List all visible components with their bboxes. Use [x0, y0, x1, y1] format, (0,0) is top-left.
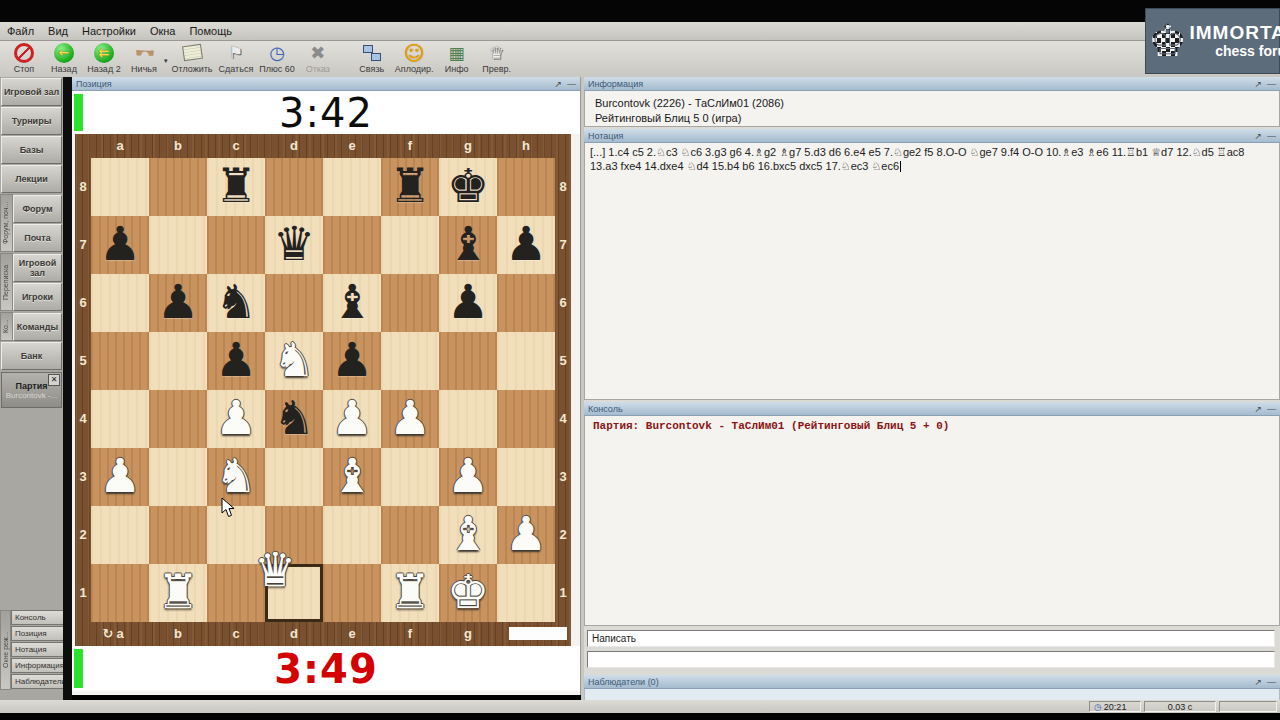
- white-rook-f1[interactable]: ♜: [381, 564, 439, 620]
- square-a3[interactable]: ♟: [91, 448, 149, 506]
- white-pawn-f4[interactable]: ♟: [381, 390, 439, 446]
- clock-icon: ◷: [269, 42, 285, 63]
- square-d8[interactable]: [265, 158, 323, 216]
- black-pawn-g6[interactable]: ♟: [439, 274, 497, 330]
- rank-label-1: 1: [555, 564, 571, 622]
- sidebar-item-lectures[interactable]: Лекции: [1, 165, 62, 193]
- square-d6[interactable]: [265, 274, 323, 332]
- minimize-icon[interactable]: —: [1267, 131, 1276, 141]
- handshake-icon: ☛☚: [135, 42, 153, 63]
- square-g2[interactable]: ♝: [439, 506, 497, 564]
- popout-icon[interactable]: ↗: [1254, 79, 1262, 89]
- file-label-f: f: [381, 134, 439, 158]
- rank-label-8: 8: [75, 158, 91, 216]
- rank-label-6: 6: [555, 274, 571, 332]
- square-c6[interactable]: ♞: [207, 274, 265, 332]
- sidebar-panel-observers[interactable]: Наблюдатели: [11, 674, 67, 689]
- square-a2[interactable]: [91, 506, 149, 564]
- toolbar: Стоп ← Назад ⇇ Назад 2 ☛☚ Ничья ▾ Отложи…: [0, 41, 1280, 78]
- square-e2[interactable]: [323, 506, 381, 564]
- black-bishop-e6[interactable]: ♝: [323, 274, 381, 330]
- file-labels-top: abcdefgh: [75, 134, 571, 158]
- stop-icon: [14, 43, 34, 63]
- menu-bar: Файл Вид Настройки Окна Помощь: [0, 22, 1280, 41]
- file-label-g: g: [439, 134, 497, 158]
- game-type-line: Рейтинговый Блиц 5 0 (игра): [595, 111, 1269, 126]
- info-button[interactable]: ▦ Инфо: [437, 41, 477, 77]
- back2-arrow-icon: ⇇: [94, 43, 114, 63]
- white-pawn-e4[interactable]: ♟: [323, 390, 381, 446]
- adjourn-button[interactable]: Отложить: [169, 41, 216, 77]
- minimize-icon[interactable]: —: [1267, 404, 1276, 414]
- file-label-e: e: [323, 134, 381, 158]
- square-c5[interactable]: ♟: [207, 332, 265, 390]
- smiley-icon: ☺: [404, 42, 425, 63]
- console-panel-header: Консоль ↗ —: [584, 402, 1280, 416]
- rank-label-1: 1: [75, 564, 91, 622]
- black-pawn-e5[interactable]: ♟: [323, 332, 381, 388]
- square-h7[interactable]: ♟: [497, 216, 555, 274]
- square-f2[interactable]: [381, 506, 439, 564]
- black-rook-c8[interactable]: ♜: [207, 158, 265, 214]
- opponent-connection-bar: [74, 94, 83, 131]
- square-d5[interactable]: ♞: [265, 332, 323, 390]
- square-b2[interactable]: [149, 506, 207, 564]
- white-pawn-a3[interactable]: ♟: [91, 448, 149, 504]
- info-panel-body: Burcontovk (2226) - ТаСлИм01 (2086) Рейт…: [584, 91, 1280, 127]
- square-g4[interactable]: [439, 390, 497, 448]
- rank-label-7: 7: [75, 216, 91, 274]
- popout-icon[interactable]: ↗: [1254, 131, 1262, 141]
- square-e7[interactable]: [323, 216, 381, 274]
- square-a7[interactable]: ♟: [91, 216, 149, 274]
- black-king-g8[interactable]: ♚: [439, 158, 497, 214]
- rank-label-3: 3: [75, 448, 91, 506]
- square-h4[interactable]: [497, 390, 555, 448]
- file-label-d: d: [265, 134, 323, 158]
- console-panel-body[interactable]: Партия: Burcontovk - ТаСлИм01 (Рейтингов…: [584, 416, 1280, 626]
- square-b4[interactable]: [149, 390, 207, 448]
- square-g8[interactable]: ♚: [439, 158, 497, 216]
- notebook-icon: [182, 44, 203, 61]
- square-e4[interactable]: ♟: [323, 390, 381, 448]
- sidebar-item-tournaments[interactable]: Турниры: [1, 107, 62, 135]
- file-label-e: e: [323, 622, 381, 646]
- sidebar-item-players[interactable]: Игроки: [13, 283, 62, 311]
- plus60-button[interactable]: ◷ Плюс 60: [256, 41, 297, 77]
- rank-label-5: 5: [555, 332, 571, 390]
- square-e5[interactable]: ♟: [323, 332, 381, 390]
- square-f8[interactable]: ♜: [381, 158, 439, 216]
- info-panel-header: Информация ↗ —: [584, 77, 1280, 91]
- file-label-c: c: [207, 622, 265, 646]
- black-rook-f8[interactable]: ♜: [381, 158, 439, 214]
- square-f4[interactable]: ♟: [381, 390, 439, 448]
- square-a6[interactable]: [91, 274, 149, 332]
- window-top-strip: [0, 0, 1280, 22]
- players-line: Burcontovk (2226) - ТаСлИм01 (2086): [595, 96, 1269, 111]
- console-line: Партия: Burcontovk - ТаСлИм01 (Рейтингов…: [593, 420, 949, 432]
- status-latency-cell: 0.03 c: [1144, 701, 1216, 712]
- table-icon: ▦: [449, 42, 465, 63]
- file-label-f: f: [381, 622, 439, 646]
- draw-dropdown-caret[interactable]: ▾: [164, 57, 168, 65]
- sidebar-panels-strip[interactable]: Окне реж...: [0, 610, 11, 690]
- popout-icon[interactable]: ↗: [554, 79, 562, 89]
- sidebar-item-game-hall-2[interactable]: Игровой зал: [13, 254, 62, 282]
- sidebar-panel-console[interactable]: Консоль: [11, 610, 67, 625]
- square-d1[interactable]: ♛: [265, 564, 323, 622]
- file-label-b: b: [149, 622, 207, 646]
- promote-button[interactable]: ♛ Превр.: [477, 41, 517, 77]
- opponent-clock-strip: 3:42: [72, 91, 580, 134]
- immortal-chess-forum-logo: ♚ IMMORTAL chess forum: [1145, 8, 1280, 74]
- applaud-button[interactable]: ☺ Аплодир.: [392, 41, 437, 77]
- black-pawn-b6[interactable]: ♟: [149, 274, 207, 330]
- opponent-clock: 3:42: [279, 90, 373, 136]
- resign-button[interactable]: ⚑ Сдаться: [216, 41, 257, 77]
- sidebar-group-teams-strip[interactable]: Ко...: [0, 312, 13, 341]
- file-labels-bottom: ↻ abcdefgh: [75, 622, 571, 646]
- rank-label-2: 2: [555, 506, 571, 564]
- rank-label-7: 7: [555, 216, 571, 274]
- sidebar-item-bank[interactable]: Банк: [1, 342, 62, 370]
- square-h2[interactable]: ♟: [497, 506, 555, 564]
- chess-client-window: Файл Вид Настройки Окна Помощь Стоп ← На…: [0, 0, 1280, 720]
- status-empty-cell: [1219, 701, 1277, 712]
- player-clock: 3:49: [274, 646, 378, 692]
- menu-settings[interactable]: Настройки: [75, 25, 143, 37]
- black-pawn-c5[interactable]: ♟: [207, 332, 265, 388]
- menu-help[interactable]: Помощь: [182, 25, 239, 37]
- rank-label-2: 2: [75, 506, 91, 564]
- small-clock-icon: ◷: [1094, 702, 1102, 712]
- black-knight-d4[interactable]: ♞: [265, 390, 323, 446]
- sidebar: Игровой зал Турниры Базы Лекции Форум, п…: [0, 77, 63, 700]
- flip-board-icon[interactable]: ↻: [79, 622, 137, 646]
- sidebar-panel-information[interactable]: Информация: [11, 658, 67, 673]
- board-frame: abcdefgh 87654321 ♜♜♚♟♛♝♟♟♞♝♟♟♞♟♟♞♟♟♟♞♝♟…: [75, 134, 571, 646]
- text-caret: [900, 161, 901, 172]
- square-g5[interactable]: [439, 332, 497, 390]
- window-bottom-strip: [0, 713, 1280, 720]
- white-knight-c3[interactable]: ♞: [207, 448, 265, 504]
- rank-label-4: 4: [555, 390, 571, 448]
- notation-panel-header: Нотация ↗ —: [584, 129, 1280, 143]
- square-e3[interactable]: ♝: [323, 448, 381, 506]
- black-queen-d7[interactable]: ♛: [265, 216, 323, 272]
- move-list: [...] 1.c4 c5 2.♘c3 ♘c6 3.g3 g6 4.♗g2 ♗g…: [590, 146, 1244, 172]
- flag-icon: ⚑: [229, 42, 243, 63]
- square-d4[interactable]: ♞: [265, 390, 323, 448]
- player-clock-strip: 3:49: [72, 646, 580, 691]
- chess-board[interactable]: ♜♜♚♟♛♝♟♟♞♝♟♟♞♟♟♞♟♟♟♞♝♟♝♟♜♛♜♚: [91, 158, 555, 622]
- reject-button: ✖ Отказ: [298, 41, 338, 77]
- square-c4[interactable]: ♟: [207, 390, 265, 448]
- square-h8[interactable]: [497, 158, 555, 216]
- file-label-c: c: [207, 134, 265, 158]
- rank-label-8: 8: [555, 158, 571, 216]
- square-a4[interactable]: [91, 390, 149, 448]
- chat-recipient-combo[interactable]: Написать: [587, 630, 1275, 647]
- square-e1[interactable]: [323, 564, 381, 622]
- white-bishop-e3[interactable]: ♝: [323, 448, 381, 504]
- file-label-a: a: [91, 134, 149, 158]
- notation-panel-body[interactable]: [...] 1.c4 c5 2.♘c3 ♘c6 3.g3 g6 4.♗g2 ♗g…: [584, 143, 1280, 400]
- square-b6[interactable]: ♟: [149, 274, 207, 332]
- white-bishop-g2[interactable]: ♝: [439, 506, 497, 562]
- sidebar-panel-position[interactable]: Позиция: [11, 626, 67, 641]
- back-arrow-icon: ←: [54, 43, 74, 63]
- square-a8[interactable]: [91, 158, 149, 216]
- minimize-icon[interactable]: —: [567, 79, 576, 89]
- square-e8[interactable]: [323, 158, 381, 216]
- square-b7[interactable]: [149, 216, 207, 274]
- sidebar-item-forum[interactable]: Форум: [13, 195, 62, 223]
- sidebar-panel-notation[interactable]: Нотация: [11, 642, 67, 657]
- black-bishop-g7[interactable]: ♝: [439, 216, 497, 272]
- white-king-g1[interactable]: ♚: [439, 564, 497, 620]
- square-d7[interactable]: ♛: [265, 216, 323, 274]
- file-label-b: b: [149, 134, 207, 158]
- square-h5[interactable]: [497, 332, 555, 390]
- white-pawn-g3[interactable]: ♟: [439, 448, 497, 504]
- square-a1[interactable]: [91, 564, 149, 622]
- minimize-icon[interactable]: —: [1267, 79, 1276, 89]
- square-a5[interactable]: [91, 332, 149, 390]
- square-b8[interactable]: [149, 158, 207, 216]
- stop-button[interactable]: Стоп: [4, 41, 44, 77]
- close-game-tab-icon[interactable]: ✕: [48, 374, 60, 386]
- square-g7[interactable]: ♝: [439, 216, 497, 274]
- square-e6[interactable]: ♝: [323, 274, 381, 332]
- sidebar-item-game-hall[interactable]: Игровой зал: [1, 78, 62, 106]
- cross-icon: ✖: [310, 42, 325, 63]
- black-pawn-a7[interactable]: ♟: [91, 216, 149, 272]
- checkered-king-icon: ♚: [1148, 11, 1187, 71]
- square-f3[interactable]: [381, 448, 439, 506]
- observers-panel-header: Наблюдатели (0) ↗ —: [584, 675, 1280, 689]
- menu-view[interactable]: Вид: [41, 25, 75, 37]
- square-b1[interactable]: ♜: [149, 564, 207, 622]
- square-h3[interactable]: [497, 448, 555, 506]
- black-knight-c6[interactable]: ♞: [207, 274, 265, 330]
- sidebar-group-forum-strip[interactable]: Форум, поч...: [0, 194, 13, 252]
- square-c7[interactable]: [207, 216, 265, 274]
- menu-file[interactable]: Файл: [0, 25, 41, 37]
- square-f7[interactable]: [381, 216, 439, 274]
- square-g1[interactable]: ♚: [439, 564, 497, 622]
- black-pawn-h7[interactable]: ♟: [497, 216, 555, 272]
- white-queen-d1[interactable]: ♛: [246, 542, 304, 598]
- network-icon: [363, 45, 381, 61]
- right-panels: Информация ↗ — Burcontovk (2226) - ТаСлИ…: [584, 77, 1280, 700]
- sidebar-game-tab[interactable]: ✕ Партия Burcontovk -...: [1, 372, 62, 408]
- white-rook-b1[interactable]: ♜: [149, 564, 207, 620]
- status-bar: ◷ 20:21 0.03 c: [0, 700, 1280, 713]
- square-h6[interactable]: [497, 274, 555, 332]
- file-label-h: h: [497, 134, 555, 158]
- chat-input[interactable]: [587, 651, 1275, 668]
- rank-labels-left: 87654321: [75, 158, 91, 622]
- position-panel: Позиция ↗ — 3:42 abcdefgh 87654321 ♜♜♚♟♛…: [72, 77, 581, 695]
- back-button[interactable]: ← Назад: [44, 41, 84, 77]
- square-f6[interactable]: [381, 274, 439, 332]
- sidebar-item-mail[interactable]: Почта: [13, 224, 62, 252]
- draw-button[interactable]: ☛☚ Ничья: [124, 41, 164, 77]
- rank-labels-right: 87654321: [555, 158, 571, 622]
- square-c3[interactable]: ♞: [207, 448, 265, 506]
- square-b3[interactable]: [149, 448, 207, 506]
- connection-button[interactable]: Связь: [352, 41, 392, 77]
- back2-button[interactable]: ⇇ Назад 2: [84, 41, 124, 77]
- file-label-d: d: [265, 622, 323, 646]
- status-time-cell: ◷ 20:21: [1089, 701, 1141, 712]
- square-g6[interactable]: ♟: [439, 274, 497, 332]
- square-h1[interactable]: [497, 564, 555, 622]
- rank-label-3: 3: [555, 448, 571, 506]
- popout-icon[interactable]: ↗: [1254, 404, 1262, 414]
- white-to-move-indicator: [509, 627, 567, 640]
- minimize-icon[interactable]: —: [1267, 677, 1276, 687]
- white-pawn-h2[interactable]: ♟: [497, 506, 555, 562]
- player-connection-bar: [74, 649, 83, 688]
- sidebar-item-databases[interactable]: Базы: [1, 136, 62, 164]
- square-g3[interactable]: ♟: [439, 448, 497, 506]
- popout-icon[interactable]: ↗: [1254, 677, 1262, 687]
- square-b5[interactable]: [149, 332, 207, 390]
- square-c8[interactable]: ♜: [207, 158, 265, 216]
- rank-label-5: 5: [75, 332, 91, 390]
- file-label-g: g: [439, 622, 497, 646]
- menu-windows[interactable]: Окна: [143, 25, 183, 37]
- rank-label-6: 6: [75, 274, 91, 332]
- sidebar-group-correspondence-strip[interactable]: Переписка: [0, 253, 13, 311]
- rank-label-4: 4: [75, 390, 91, 448]
- square-f5[interactable]: [381, 332, 439, 390]
- sidebar-item-teams[interactable]: Команды: [13, 313, 62, 341]
- queen-crown-icon: ♛: [489, 42, 504, 63]
- white-pawn-c4[interactable]: ♟: [207, 390, 265, 446]
- white-knight-d5[interactable]: ♞: [265, 332, 323, 388]
- square-f1[interactable]: ♜: [381, 564, 439, 622]
- square-d3[interactable]: [265, 448, 323, 506]
- sidebar-board-gap: [63, 77, 72, 700]
